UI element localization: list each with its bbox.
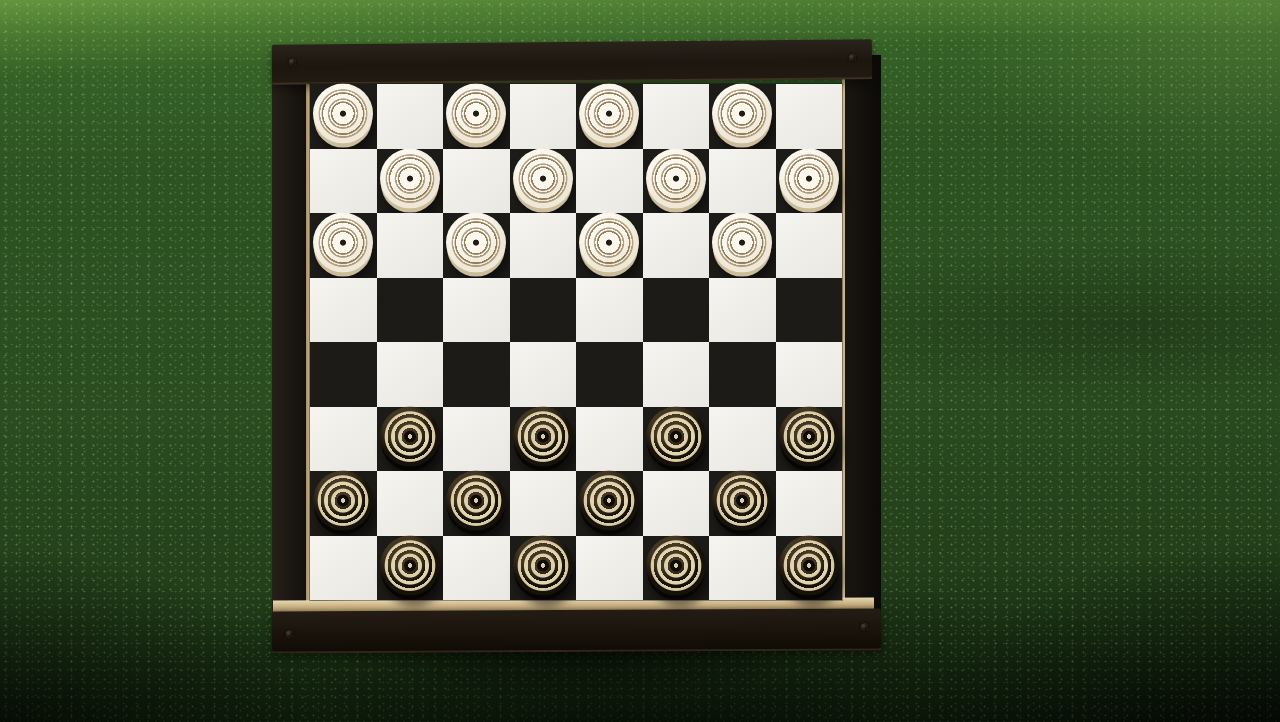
square-r0c2-dark[interactable] xyxy=(443,84,510,149)
white-man-r2c6[interactable] xyxy=(712,213,772,273)
black-man-r7c3[interactable] xyxy=(513,535,573,595)
square-r0c6-dark[interactable] xyxy=(709,84,776,149)
white-man-r2c2[interactable] xyxy=(446,213,506,273)
square-r3c6-light xyxy=(709,278,776,343)
square-r3c7-dark[interactable] xyxy=(776,278,843,343)
square-r3c3-dark[interactable] xyxy=(510,278,577,343)
square-r5c5-dark[interactable] xyxy=(643,407,710,472)
top-frame-bar xyxy=(272,39,872,85)
square-r5c1-dark[interactable] xyxy=(377,407,444,472)
white-man-r0c6[interactable] xyxy=(712,84,772,144)
square-r3c5-dark[interactable] xyxy=(643,278,710,343)
square-r7c6-light xyxy=(709,536,776,601)
black-man-r6c2[interactable] xyxy=(446,471,506,531)
screw-hole-icon xyxy=(849,54,856,61)
square-r1c0-light xyxy=(310,149,377,214)
square-r3c1-dark[interactable] xyxy=(377,278,444,343)
square-r1c7-dark[interactable] xyxy=(776,149,843,214)
square-r5c2-light xyxy=(443,407,510,472)
square-r0c0-dark[interactable] xyxy=(310,84,377,149)
square-r7c7-dark[interactable] xyxy=(776,536,843,601)
square-r5c0-light xyxy=(310,407,377,472)
white-man-r2c0[interactable] xyxy=(313,213,373,273)
white-man-r0c2[interactable] xyxy=(446,84,506,144)
black-man-r6c6[interactable] xyxy=(712,471,772,531)
right-frame-rail xyxy=(842,55,881,647)
black-man-r5c1[interactable] xyxy=(380,406,440,466)
white-man-r1c7[interactable] xyxy=(779,148,839,208)
white-man-r1c1[interactable] xyxy=(380,148,440,208)
square-r3c4-light xyxy=(576,278,643,343)
left-frame-rail xyxy=(272,60,309,630)
square-r6c4-dark[interactable] xyxy=(576,471,643,536)
square-r2c3-light xyxy=(510,213,577,278)
square-r2c1-light xyxy=(377,213,444,278)
black-man-r5c5[interactable] xyxy=(646,406,706,466)
square-r6c1-light xyxy=(377,471,444,536)
screw-hole-icon xyxy=(289,59,296,66)
square-r6c3-light xyxy=(510,471,577,536)
black-man-r7c7[interactable] xyxy=(779,535,839,595)
square-r2c6-dark[interactable] xyxy=(709,213,776,278)
square-r4c3-light xyxy=(510,342,577,407)
square-r2c4-dark[interactable] xyxy=(576,213,643,278)
square-r4c5-light xyxy=(643,342,710,407)
white-man-r2c4[interactable] xyxy=(579,213,639,273)
black-man-r7c1[interactable] xyxy=(380,535,440,595)
white-man-r1c5[interactable] xyxy=(646,148,706,208)
square-r4c0-dark[interactable] xyxy=(310,342,377,407)
square-r7c1-dark[interactable] xyxy=(377,536,444,601)
square-r5c4-light xyxy=(576,407,643,472)
square-r6c2-dark[interactable] xyxy=(443,471,510,536)
black-man-r5c3[interactable] xyxy=(513,406,573,466)
square-r0c5-light xyxy=(643,84,710,149)
square-r0c4-dark[interactable] xyxy=(576,84,643,149)
screw-hole-icon xyxy=(286,630,293,637)
square-r3c0-light xyxy=(310,278,377,343)
square-r0c1-light xyxy=(377,84,444,149)
square-r3c2-light xyxy=(443,278,510,343)
square-r5c7-dark[interactable] xyxy=(776,407,843,472)
photo-canvas xyxy=(0,0,1280,722)
square-r6c6-dark[interactable] xyxy=(709,471,776,536)
square-r2c5-light xyxy=(643,213,710,278)
square-r4c2-dark[interactable] xyxy=(443,342,510,407)
black-man-r6c0[interactable] xyxy=(313,471,373,531)
square-r0c7-light xyxy=(776,84,843,149)
square-r7c2-light xyxy=(443,536,510,601)
square-r6c7-light xyxy=(776,471,843,536)
screw-hole-icon xyxy=(861,623,868,630)
square-r4c7-light xyxy=(776,342,843,407)
square-r1c2-light xyxy=(443,149,510,214)
white-man-r1c3[interactable] xyxy=(513,148,573,208)
square-r4c6-dark[interactable] xyxy=(709,342,776,407)
square-r2c2-dark[interactable] xyxy=(443,213,510,278)
square-r7c0-light xyxy=(310,536,377,601)
square-r1c3-dark[interactable] xyxy=(510,149,577,214)
square-r4c1-light xyxy=(377,342,444,407)
square-r7c3-dark[interactable] xyxy=(510,536,577,601)
square-r7c4-light xyxy=(576,536,643,601)
square-r6c0-dark[interactable] xyxy=(310,471,377,536)
square-r1c5-dark[interactable] xyxy=(643,149,710,214)
square-r1c6-light xyxy=(709,149,776,214)
white-man-r0c0[interactable] xyxy=(313,84,373,144)
black-man-r5c7[interactable] xyxy=(779,406,839,466)
square-r7c5-dark[interactable] xyxy=(643,536,710,601)
square-r4c4-dark[interactable] xyxy=(576,342,643,407)
square-r1c1-dark[interactable] xyxy=(377,149,444,214)
black-man-r6c4[interactable] xyxy=(579,471,639,531)
bottom-frame-bar xyxy=(272,608,881,653)
checkers-board xyxy=(310,84,842,600)
square-r1c4-light xyxy=(576,149,643,214)
white-man-r0c4[interactable] xyxy=(579,84,639,144)
square-r6c5-light xyxy=(643,471,710,536)
square-r5c3-dark[interactable] xyxy=(510,407,577,472)
black-man-r7c5[interactable] xyxy=(646,535,706,595)
square-r2c7-light xyxy=(776,213,843,278)
square-r0c3-light xyxy=(510,84,577,149)
square-r2c0-dark[interactable] xyxy=(310,213,377,278)
square-r5c6-light xyxy=(709,407,776,472)
